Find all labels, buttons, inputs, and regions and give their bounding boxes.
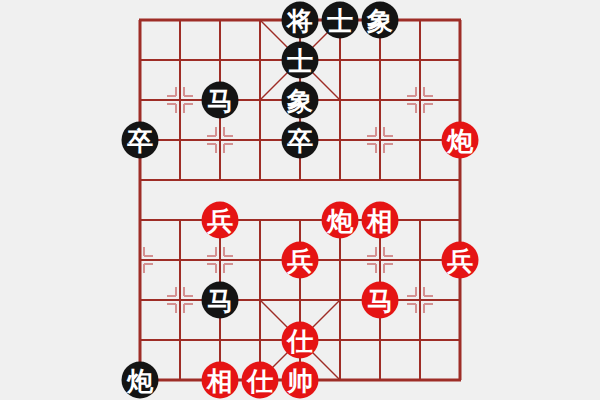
pieces-layer: 将士象士马象卒卒炮兵炮相兵兵马马仕炮相仕帅 [0,0,600,400]
xiangqi-board: 将士象士马象卒卒炮兵炮相兵兵马马仕炮相仕帅 [0,0,600,400]
piece-red-cannon[interactable]: 炮 [322,202,359,239]
piece-black-soldier[interactable]: 卒 [122,122,159,159]
piece-red-elephant[interactable]: 相 [362,202,399,239]
piece-black-advisor[interactable]: 士 [282,42,319,79]
piece-black-advisor[interactable]: 士 [322,2,359,39]
piece-red-elephant[interactable]: 相 [202,362,239,399]
piece-red-soldier[interactable]: 兵 [442,242,479,279]
piece-red-horse[interactable]: 马 [362,282,399,319]
piece-black-general[interactable]: 将 [282,2,319,39]
piece-red-cannon[interactable]: 炮 [442,122,479,159]
piece-black-soldier[interactable]: 卒 [282,122,319,159]
piece-black-horse[interactable]: 马 [202,282,239,319]
piece-red-soldier[interactable]: 兵 [282,242,319,279]
piece-red-general[interactable]: 帅 [282,362,319,399]
piece-black-elephant[interactable]: 象 [282,82,319,119]
piece-black-elephant[interactable]: 象 [362,2,399,39]
piece-red-advisor[interactable]: 仕 [242,362,279,399]
piece-red-soldier[interactable]: 兵 [202,202,239,239]
piece-black-horse[interactable]: 马 [202,82,239,119]
piece-black-cannon[interactable]: 炮 [122,362,159,399]
piece-red-advisor[interactable]: 仕 [282,322,319,359]
